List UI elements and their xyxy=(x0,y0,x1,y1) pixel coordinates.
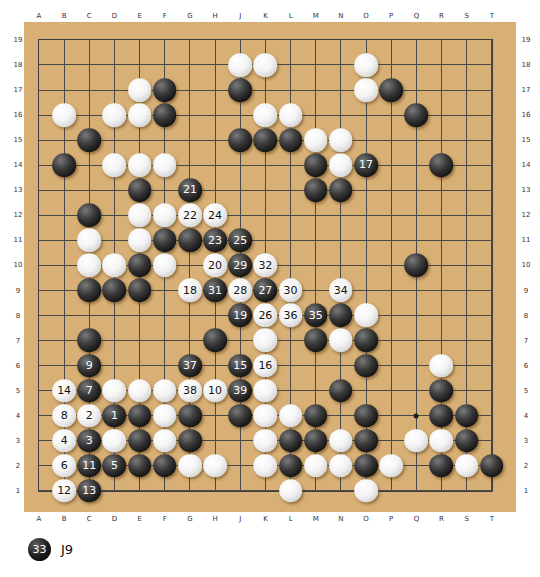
intersection-C4[interactable]: 2 xyxy=(77,403,102,428)
intersection-L8[interactable]: 36 xyxy=(278,303,303,328)
intersection-F13[interactable] xyxy=(152,178,177,203)
intersection-S11[interactable] xyxy=(454,228,479,253)
intersection-H11[interactable]: 23 xyxy=(202,228,227,253)
intersection-P1[interactable] xyxy=(379,478,404,503)
intersection-O4[interactable] xyxy=(353,403,378,428)
white-stone-J18[interactable] xyxy=(228,53,252,77)
intersection-F6[interactable] xyxy=(152,353,177,378)
black-stone-O14-move-17[interactable]: 17 xyxy=(354,153,378,177)
intersection-T6[interactable] xyxy=(479,353,504,378)
intersection-K8[interactable]: 26 xyxy=(253,303,278,328)
intersection-C15[interactable] xyxy=(77,128,102,153)
intersection-D5[interactable] xyxy=(102,378,127,403)
intersection-N16[interactable] xyxy=(328,103,353,128)
intersection-O11[interactable] xyxy=(353,228,378,253)
intersection-Q9[interactable] xyxy=(404,278,429,303)
intersection-C11[interactable] xyxy=(77,228,102,253)
intersection-P4[interactable] xyxy=(379,403,404,428)
intersection-H16[interactable] xyxy=(202,103,227,128)
intersection-N12[interactable] xyxy=(328,203,353,228)
intersection-K9[interactable]: 27 xyxy=(253,278,278,303)
white-stone-R3[interactable] xyxy=(430,429,454,453)
intersection-H19[interactable] xyxy=(202,27,227,52)
white-stone-M15[interactable] xyxy=(304,128,328,152)
intersection-B14[interactable] xyxy=(52,153,77,178)
intersection-R2[interactable] xyxy=(429,453,454,478)
intersection-P7[interactable] xyxy=(379,328,404,353)
intersection-D13[interactable] xyxy=(102,178,127,203)
white-stone-K3[interactable] xyxy=(254,429,278,453)
intersection-T12[interactable] xyxy=(479,203,504,228)
black-stone-C15[interactable] xyxy=(77,128,101,152)
white-stone-H2[interactable] xyxy=(203,454,227,478)
intersection-P10[interactable] xyxy=(379,253,404,278)
white-stone-F5[interactable] xyxy=(153,379,177,403)
black-stone-C3-move-3[interactable]: 3 xyxy=(77,429,101,453)
black-stone-E3[interactable] xyxy=(128,429,152,453)
intersection-N15[interactable] xyxy=(328,128,353,153)
intersection-L9[interactable]: 30 xyxy=(278,278,303,303)
white-stone-N3[interactable] xyxy=(329,429,353,453)
intersection-H14[interactable] xyxy=(202,153,227,178)
intersection-A14[interactable] xyxy=(26,153,51,178)
intersection-H18[interactable] xyxy=(202,52,227,77)
black-stone-C9[interactable] xyxy=(77,279,101,303)
black-stone-C1-move-13[interactable]: 13 xyxy=(77,479,101,503)
white-stone-J9-move-28[interactable]: 28 xyxy=(228,279,252,303)
white-stone-B5-move-14[interactable]: 14 xyxy=(52,379,76,403)
black-stone-Q16[interactable] xyxy=(405,103,429,127)
intersection-A2[interactable] xyxy=(26,453,51,478)
intersection-B2[interactable]: 6 xyxy=(52,453,77,478)
intersection-P13[interactable] xyxy=(379,178,404,203)
intersection-J19[interactable] xyxy=(228,27,253,52)
intersection-D8[interactable] xyxy=(102,303,127,328)
intersection-L15[interactable] xyxy=(278,128,303,153)
intersection-N19[interactable] xyxy=(328,27,353,52)
intersection-K13[interactable] xyxy=(253,178,278,203)
intersection-H8[interactable] xyxy=(202,303,227,328)
intersection-O5[interactable] xyxy=(353,378,378,403)
intersection-R15[interactable] xyxy=(429,128,454,153)
black-stone-O2[interactable] xyxy=(354,454,378,478)
intersection-O13[interactable] xyxy=(353,178,378,203)
black-stone-O6[interactable] xyxy=(354,354,378,378)
intersection-T9[interactable] xyxy=(479,278,504,303)
intersection-C1[interactable]: 13 xyxy=(77,478,102,503)
intersection-D1[interactable] xyxy=(102,478,127,503)
intersection-S18[interactable] xyxy=(454,52,479,77)
black-stone-D4-move-1[interactable]: 1 xyxy=(103,404,127,428)
intersection-L19[interactable] xyxy=(278,27,303,52)
intersection-D10[interactable] xyxy=(102,253,127,278)
intersection-M14[interactable] xyxy=(303,153,328,178)
intersection-L17[interactable] xyxy=(278,77,303,102)
white-stone-L9-move-30[interactable]: 30 xyxy=(279,279,303,303)
intersection-F2[interactable] xyxy=(152,453,177,478)
black-stone-L15[interactable] xyxy=(279,128,303,152)
white-stone-B3-move-4[interactable]: 4 xyxy=(52,429,76,453)
intersection-S1[interactable] xyxy=(454,478,479,503)
black-stone-G4[interactable] xyxy=(178,404,202,428)
intersection-A19[interactable] xyxy=(26,27,51,52)
intersection-S13[interactable] xyxy=(454,178,479,203)
black-stone-J8-move-19[interactable]: 19 xyxy=(228,304,252,328)
white-stone-G12-move-22[interactable]: 22 xyxy=(178,203,202,227)
intersection-N7[interactable] xyxy=(328,328,353,353)
intersection-O16[interactable] xyxy=(353,103,378,128)
white-stone-E5[interactable] xyxy=(128,379,152,403)
intersection-M11[interactable] xyxy=(303,228,328,253)
white-stone-D14[interactable] xyxy=(103,153,127,177)
black-stone-C2-move-11[interactable]: 11 xyxy=(77,454,101,478)
intersection-K5[interactable] xyxy=(253,378,278,403)
white-stone-G5-move-38[interactable]: 38 xyxy=(178,379,202,403)
intersection-E18[interactable] xyxy=(127,52,152,77)
white-stone-E17[interactable] xyxy=(128,78,152,102)
intersection-A5[interactable] xyxy=(26,378,51,403)
intersection-T19[interactable] xyxy=(479,27,504,52)
white-stone-K10-move-32[interactable]: 32 xyxy=(254,254,278,278)
black-stone-N13[interactable] xyxy=(329,178,353,202)
intersection-P8[interactable] xyxy=(379,303,404,328)
black-stone-M7[interactable] xyxy=(304,329,328,353)
intersection-N13[interactable] xyxy=(328,178,353,203)
intersection-T16[interactable] xyxy=(479,103,504,128)
intersection-A7[interactable] xyxy=(26,328,51,353)
intersection-K16[interactable] xyxy=(253,103,278,128)
intersection-S10[interactable] xyxy=(454,253,479,278)
white-stone-L16[interactable] xyxy=(279,103,303,127)
intersection-Q17[interactable] xyxy=(404,77,429,102)
intersection-D15[interactable] xyxy=(102,128,127,153)
intersection-M12[interactable] xyxy=(303,203,328,228)
intersection-B18[interactable] xyxy=(52,52,77,77)
black-stone-J15[interactable] xyxy=(228,128,252,152)
intersection-H15[interactable] xyxy=(202,128,227,153)
intersection-G14[interactable] xyxy=(177,153,202,178)
intersection-C19[interactable] xyxy=(77,27,102,52)
white-stone-B2-move-6[interactable]: 6 xyxy=(52,454,76,478)
intersection-M1[interactable] xyxy=(303,478,328,503)
intersection-F15[interactable] xyxy=(152,128,177,153)
intersection-C6[interactable]: 9 xyxy=(77,353,102,378)
intersection-F16[interactable] xyxy=(152,103,177,128)
intersection-H17[interactable] xyxy=(202,77,227,102)
intersection-L2[interactable] xyxy=(278,453,303,478)
intersection-A6[interactable] xyxy=(26,353,51,378)
intersection-R7[interactable] xyxy=(429,328,454,353)
intersection-C7[interactable] xyxy=(77,328,102,353)
black-stone-M14[interactable] xyxy=(304,153,328,177)
intersection-J18[interactable] xyxy=(228,52,253,77)
white-stone-O18[interactable] xyxy=(354,53,378,77)
white-stone-Q3[interactable] xyxy=(405,429,429,453)
intersection-Q10[interactable] xyxy=(404,253,429,278)
white-stone-E14[interactable] xyxy=(128,153,152,177)
intersection-E9[interactable] xyxy=(127,278,152,303)
black-stone-K15[interactable] xyxy=(254,128,278,152)
intersection-G19[interactable] xyxy=(177,27,202,52)
intersection-N4[interactable] xyxy=(328,403,353,428)
intersection-L1[interactable] xyxy=(278,478,303,503)
intersection-G6[interactable]: 37 xyxy=(177,353,202,378)
white-stone-R6[interactable] xyxy=(430,354,454,378)
intersection-E16[interactable] xyxy=(127,103,152,128)
intersection-J9[interactable]: 28 xyxy=(228,278,253,303)
black-stone-J17[interactable] xyxy=(228,78,252,102)
black-stone-L2[interactable] xyxy=(279,454,303,478)
intersection-M4[interactable] xyxy=(303,403,328,428)
intersection-S16[interactable] xyxy=(454,103,479,128)
intersection-D9[interactable] xyxy=(102,278,127,303)
white-stone-C10[interactable] xyxy=(77,254,101,278)
intersection-R12[interactable] xyxy=(429,203,454,228)
intersection-F10[interactable] xyxy=(152,253,177,278)
intersection-M2[interactable] xyxy=(303,453,328,478)
intersection-C18[interactable] xyxy=(77,52,102,77)
white-stone-L4[interactable] xyxy=(279,404,303,428)
intersection-K19[interactable] xyxy=(253,27,278,52)
intersection-G5[interactable]: 38 xyxy=(177,378,202,403)
black-stone-J5-move-39[interactable]: 39 xyxy=(228,379,252,403)
white-stone-N14[interactable] xyxy=(329,153,353,177)
intersection-M7[interactable] xyxy=(303,328,328,353)
intersection-R18[interactable] xyxy=(429,52,454,77)
intersection-D6[interactable] xyxy=(102,353,127,378)
black-stone-G13-move-21[interactable]: 21 xyxy=(178,178,202,202)
black-stone-G11[interactable] xyxy=(178,228,202,252)
intersection-P15[interactable] xyxy=(379,128,404,153)
white-stone-B16[interactable] xyxy=(52,103,76,127)
intersection-G8[interactable] xyxy=(177,303,202,328)
white-stone-F4[interactable] xyxy=(153,404,177,428)
black-stone-H11-move-23[interactable]: 23 xyxy=(203,228,227,252)
intersection-T2[interactable] xyxy=(479,453,504,478)
intersection-J3[interactable] xyxy=(228,428,253,453)
intersection-R11[interactable] xyxy=(429,228,454,253)
intersection-P17[interactable] xyxy=(379,77,404,102)
intersection-H7[interactable] xyxy=(202,328,227,353)
intersection-R16[interactable] xyxy=(429,103,454,128)
intersection-R4[interactable] xyxy=(429,403,454,428)
intersection-M3[interactable] xyxy=(303,428,328,453)
intersection-S15[interactable] xyxy=(454,128,479,153)
intersection-Q16[interactable] xyxy=(404,103,429,128)
intersection-L3[interactable] xyxy=(278,428,303,453)
intersection-E7[interactable] xyxy=(127,328,152,353)
white-stone-E11[interactable] xyxy=(128,228,152,252)
intersection-R17[interactable] xyxy=(429,77,454,102)
white-stone-E16[interactable] xyxy=(128,103,152,127)
intersection-J4[interactable] xyxy=(228,403,253,428)
intersection-J7[interactable] xyxy=(228,328,253,353)
intersection-B16[interactable] xyxy=(52,103,77,128)
white-stone-H5-move-10[interactable]: 10 xyxy=(203,379,227,403)
intersection-S3[interactable] xyxy=(454,428,479,453)
black-stone-F11[interactable] xyxy=(153,228,177,252)
intersection-O3[interactable] xyxy=(353,428,378,453)
intersection-T18[interactable] xyxy=(479,52,504,77)
intersection-D16[interactable] xyxy=(102,103,127,128)
intersection-L10[interactable] xyxy=(278,253,303,278)
intersection-B5[interactable]: 14 xyxy=(52,378,77,403)
intersection-S17[interactable] xyxy=(454,77,479,102)
intersection-S4[interactable] xyxy=(454,403,479,428)
intersection-A12[interactable] xyxy=(26,203,51,228)
intersection-F9[interactable] xyxy=(152,278,177,303)
intersection-E19[interactable] xyxy=(127,27,152,52)
intersection-J15[interactable] xyxy=(228,128,253,153)
intersection-S2[interactable] xyxy=(454,453,479,478)
intersection-L12[interactable] xyxy=(278,203,303,228)
intersection-G12[interactable]: 22 xyxy=(177,203,202,228)
intersection-H10[interactable]: 20 xyxy=(202,253,227,278)
intersection-R13[interactable] xyxy=(429,178,454,203)
black-stone-G6-move-37[interactable]: 37 xyxy=(178,354,202,378)
intersection-B6[interactable] xyxy=(52,353,77,378)
black-stone-H7[interactable] xyxy=(203,329,227,353)
white-stone-E12[interactable] xyxy=(128,203,152,227)
intersection-K4[interactable] xyxy=(253,403,278,428)
white-stone-C4-move-2[interactable]: 2 xyxy=(77,404,101,428)
intersection-E8[interactable] xyxy=(127,303,152,328)
intersection-G7[interactable] xyxy=(177,328,202,353)
intersection-B11[interactable] xyxy=(52,228,77,253)
intersection-E17[interactable] xyxy=(127,77,152,102)
white-stone-N15[interactable] xyxy=(329,128,353,152)
intersection-C10[interactable] xyxy=(77,253,102,278)
white-stone-H12-move-24[interactable]: 24 xyxy=(203,203,227,227)
intersection-P6[interactable] xyxy=(379,353,404,378)
intersection-M17[interactable] xyxy=(303,77,328,102)
black-stone-R2[interactable] xyxy=(430,454,454,478)
intersection-R8[interactable] xyxy=(429,303,454,328)
intersection-D19[interactable] xyxy=(102,27,127,52)
intersection-G9[interactable]: 18 xyxy=(177,278,202,303)
intersection-Q3[interactable] xyxy=(404,428,429,453)
black-stone-K9-move-27[interactable]: 27 xyxy=(254,279,278,303)
white-stone-D3[interactable] xyxy=(103,429,127,453)
intersection-N8[interactable] xyxy=(328,303,353,328)
intersection-H4[interactable] xyxy=(202,403,227,428)
white-stone-C11[interactable] xyxy=(77,228,101,252)
intersection-H6[interactable] xyxy=(202,353,227,378)
intersection-F4[interactable] xyxy=(152,403,177,428)
intersection-C17[interactable] xyxy=(77,77,102,102)
intersection-R1[interactable] xyxy=(429,478,454,503)
black-stone-O3[interactable] xyxy=(354,429,378,453)
intersection-K14[interactable] xyxy=(253,153,278,178)
white-stone-D5[interactable] xyxy=(103,379,127,403)
white-stone-K4[interactable] xyxy=(254,404,278,428)
intersection-E4[interactable] xyxy=(127,403,152,428)
intersection-M8[interactable]: 35 xyxy=(303,303,328,328)
intersection-E2[interactable] xyxy=(127,453,152,478)
intersection-A8[interactable] xyxy=(26,303,51,328)
intersection-K3[interactable] xyxy=(253,428,278,453)
intersection-Q6[interactable] xyxy=(404,353,429,378)
white-stone-D10[interactable] xyxy=(103,254,127,278)
intersection-K11[interactable] xyxy=(253,228,278,253)
intersection-B1[interactable]: 12 xyxy=(52,478,77,503)
intersection-Q4[interactable] xyxy=(404,403,429,428)
intersection-J1[interactable] xyxy=(228,478,253,503)
intersection-C8[interactable] xyxy=(77,303,102,328)
intersection-K15[interactable] xyxy=(253,128,278,153)
intersection-G3[interactable] xyxy=(177,428,202,453)
intersection-Q11[interactable] xyxy=(404,228,429,253)
intersection-H12[interactable]: 24 xyxy=(202,203,227,228)
black-stone-H9-move-31[interactable]: 31 xyxy=(203,279,227,303)
intersection-M19[interactable] xyxy=(303,27,328,52)
intersection-H13[interactable] xyxy=(202,178,227,203)
intersection-C12[interactable] xyxy=(77,203,102,228)
intersection-D17[interactable] xyxy=(102,77,127,102)
intersection-B8[interactable] xyxy=(52,303,77,328)
intersection-Q12[interactable] xyxy=(404,203,429,228)
intersection-B7[interactable] xyxy=(52,328,77,353)
intersection-B10[interactable] xyxy=(52,253,77,278)
intersection-J11[interactable]: 25 xyxy=(228,228,253,253)
black-stone-S3[interactable] xyxy=(455,429,479,453)
intersection-R19[interactable] xyxy=(429,27,454,52)
intersection-N11[interactable] xyxy=(328,228,353,253)
white-stone-K6-move-16[interactable]: 16 xyxy=(254,354,278,378)
intersection-G4[interactable] xyxy=(177,403,202,428)
black-stone-R14[interactable] xyxy=(430,153,454,177)
intersection-B3[interactable]: 4 xyxy=(52,428,77,453)
intersection-K17[interactable] xyxy=(253,77,278,102)
intersection-C3[interactable]: 3 xyxy=(77,428,102,453)
intersection-D18[interactable] xyxy=(102,52,127,77)
white-stone-K7[interactable] xyxy=(254,329,278,353)
intersection-A3[interactable] xyxy=(26,428,51,453)
intersection-S6[interactable] xyxy=(454,353,479,378)
intersection-L14[interactable] xyxy=(278,153,303,178)
black-stone-T2[interactable] xyxy=(480,454,504,478)
white-stone-P2[interactable] xyxy=(379,454,403,478)
intersection-P19[interactable] xyxy=(379,27,404,52)
intersection-Q18[interactable] xyxy=(404,52,429,77)
white-stone-K16[interactable] xyxy=(254,103,278,127)
intersection-O15[interactable] xyxy=(353,128,378,153)
intersection-D7[interactable] xyxy=(102,328,127,353)
intersection-O9[interactable] xyxy=(353,278,378,303)
intersection-S7[interactable] xyxy=(454,328,479,353)
intersection-A4[interactable] xyxy=(26,403,51,428)
intersection-G16[interactable] xyxy=(177,103,202,128)
intersection-K10[interactable]: 32 xyxy=(253,253,278,278)
intersection-D11[interactable] xyxy=(102,228,127,253)
white-stone-S2[interactable] xyxy=(455,454,479,478)
intersection-G10[interactable] xyxy=(177,253,202,278)
intersection-N14[interactable] xyxy=(328,153,353,178)
intersection-K2[interactable] xyxy=(253,453,278,478)
intersection-F7[interactable] xyxy=(152,328,177,353)
intersection-R6[interactable] xyxy=(429,353,454,378)
intersection-G13[interactable]: 21 xyxy=(177,178,202,203)
white-stone-K5[interactable] xyxy=(254,379,278,403)
intersection-F17[interactable] xyxy=(152,77,177,102)
black-stone-J6-move-15[interactable]: 15 xyxy=(228,354,252,378)
black-stone-F2[interactable] xyxy=(153,454,177,478)
intersection-P2[interactable] xyxy=(379,453,404,478)
intersection-O7[interactable] xyxy=(353,328,378,353)
intersection-J16[interactable] xyxy=(228,103,253,128)
intersection-F3[interactable] xyxy=(152,428,177,453)
intersection-T11[interactable] xyxy=(479,228,504,253)
